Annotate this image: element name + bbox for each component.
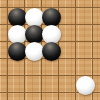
app-screen: [0, 0, 100, 100]
board-cell[interactable]: [42, 93, 59, 100]
board-cell[interactable]: [76, 59, 93, 76]
board-cell[interactable]: [8, 76, 25, 93]
board-cell[interactable]: [8, 59, 25, 76]
board-cell[interactable]: [0, 42, 8, 59]
white-stone: [76, 76, 95, 95]
board-cell[interactable]: [93, 25, 100, 42]
board-cell[interactable]: [25, 76, 42, 93]
board-cell[interactable]: [93, 42, 100, 59]
board-cell[interactable]: [0, 8, 8, 25]
board-cell[interactable]: [59, 8, 76, 25]
board-cell[interactable]: [59, 76, 76, 93]
board-cell[interactable]: [25, 59, 42, 76]
board-cell[interactable]: [42, 59, 59, 76]
board-cell[interactable]: [59, 93, 76, 100]
board-cell[interactable]: [76, 0, 93, 8]
board-cell[interactable]: [0, 76, 8, 93]
board-cell[interactable]: [59, 59, 76, 76]
board-cell[interactable]: [42, 0, 59, 8]
board-cell[interactable]: [93, 0, 100, 8]
board-cell[interactable]: [8, 93, 25, 100]
game-board[interactable]: [0, 0, 100, 100]
black-stone: [42, 42, 61, 61]
board-cell[interactable]: [0, 59, 8, 76]
board-cell[interactable]: [76, 42, 93, 59]
board-cell[interactable]: [42, 76, 59, 93]
board-cell[interactable]: [76, 25, 93, 42]
board-cell[interactable]: [0, 93, 8, 100]
board-cell[interactable]: [93, 93, 100, 100]
board-cell[interactable]: [76, 8, 93, 25]
board-cell[interactable]: [59, 42, 76, 59]
board-cell[interactable]: [59, 25, 76, 42]
board-cell[interactable]: [0, 25, 8, 42]
board-cell[interactable]: [93, 8, 100, 25]
board-cell[interactable]: [25, 0, 42, 8]
board-cell[interactable]: [59, 0, 76, 8]
board-cell[interactable]: [8, 0, 25, 8]
board-cell[interactable]: [0, 0, 8, 8]
board-cell[interactable]: [93, 59, 100, 76]
board-cell[interactable]: [25, 93, 42, 100]
